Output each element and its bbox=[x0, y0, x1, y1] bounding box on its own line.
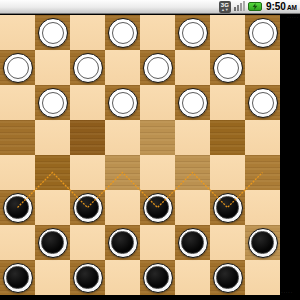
square-r0c5[interactable] bbox=[175, 15, 210, 50]
square-r6c4 bbox=[140, 225, 175, 260]
signal-bar bbox=[240, 3, 242, 11]
square-r5c1 bbox=[35, 190, 70, 225]
square-r1c6[interactable] bbox=[210, 50, 245, 85]
square-r7c2[interactable] bbox=[70, 260, 105, 295]
black-piece[interactable] bbox=[3, 263, 33, 293]
square-r1c0[interactable] bbox=[0, 50, 35, 85]
square-r2c7[interactable] bbox=[245, 85, 280, 120]
square-r6c7[interactable] bbox=[245, 225, 280, 260]
status-bar: 3G ▲▼ 9:50 AM bbox=[0, 0, 300, 14]
square-r4c0 bbox=[0, 155, 35, 190]
clock-time: 9:50 bbox=[266, 0, 286, 14]
black-piece[interactable] bbox=[143, 193, 173, 223]
square-r1c7 bbox=[245, 50, 280, 85]
square-r2c5[interactable] bbox=[175, 85, 210, 120]
square-r7c4[interactable] bbox=[140, 260, 175, 295]
signal-strength-icon bbox=[233, 1, 246, 12]
square-r6c0 bbox=[0, 225, 35, 260]
screen-bottom-gutter bbox=[0, 295, 300, 300]
artifact-text: ····· bbox=[281, 291, 293, 295]
square-r2c3[interactable] bbox=[105, 85, 140, 120]
clock-period: AM bbox=[287, 4, 297, 11]
square-r6c2 bbox=[70, 225, 105, 260]
mobile-data-3g-icon: 3G ▲▼ bbox=[219, 1, 231, 13]
lightning-bolt-icon bbox=[252, 3, 258, 10]
square-r3c2[interactable] bbox=[70, 120, 105, 155]
white-piece[interactable] bbox=[248, 18, 278, 48]
square-r6c3[interactable] bbox=[105, 225, 140, 260]
square-r1c2[interactable] bbox=[70, 50, 105, 85]
square-r3c7 bbox=[245, 120, 280, 155]
black-piece[interactable] bbox=[248, 228, 278, 258]
square-r7c0[interactable] bbox=[0, 260, 35, 295]
square-r4c3[interactable] bbox=[105, 155, 140, 190]
square-r3c6[interactable] bbox=[210, 120, 245, 155]
square-r4c1[interactable] bbox=[35, 155, 70, 190]
black-piece[interactable] bbox=[73, 193, 103, 223]
white-piece[interactable] bbox=[108, 88, 138, 118]
screen-right-gutter bbox=[281, 14, 300, 300]
square-r5c6[interactable] bbox=[210, 190, 245, 225]
square-r0c7[interactable] bbox=[245, 15, 280, 50]
black-piece[interactable] bbox=[3, 193, 33, 223]
phone-screen: 3G ▲▼ 9:50 AM ····· ····· bbox=[0, 0, 300, 300]
square-r7c7 bbox=[245, 260, 280, 295]
signal-bar bbox=[237, 5, 239, 11]
board[interactable] bbox=[0, 15, 280, 295]
white-piece[interactable] bbox=[38, 88, 68, 118]
square-r1c5 bbox=[175, 50, 210, 85]
white-piece[interactable] bbox=[3, 53, 33, 83]
square-r4c7[interactable] bbox=[245, 155, 280, 190]
square-r4c2 bbox=[70, 155, 105, 190]
square-r0c4 bbox=[140, 15, 175, 50]
signal-bar bbox=[243, 1, 245, 11]
square-r5c7 bbox=[245, 190, 280, 225]
square-r5c2[interactable] bbox=[70, 190, 105, 225]
square-r1c4[interactable] bbox=[140, 50, 175, 85]
square-r6c1[interactable] bbox=[35, 225, 70, 260]
square-r0c3[interactable] bbox=[105, 15, 140, 50]
status-clock: 9:50 AM bbox=[266, 0, 297, 14]
square-r7c6[interactable] bbox=[210, 260, 245, 295]
square-r0c1[interactable] bbox=[35, 15, 70, 50]
square-r6c5[interactable] bbox=[175, 225, 210, 260]
square-r1c1 bbox=[35, 50, 70, 85]
black-piece[interactable] bbox=[213, 193, 243, 223]
square-r4c5[interactable] bbox=[175, 155, 210, 190]
square-r5c4[interactable] bbox=[140, 190, 175, 225]
square-r4c4 bbox=[140, 155, 175, 190]
square-r2c2 bbox=[70, 85, 105, 120]
square-r1c3 bbox=[105, 50, 140, 85]
signal-bar bbox=[234, 7, 236, 11]
square-r2c4 bbox=[140, 85, 175, 120]
white-piece[interactable] bbox=[178, 18, 208, 48]
black-piece[interactable] bbox=[73, 263, 103, 293]
white-piece[interactable] bbox=[38, 18, 68, 48]
black-piece[interactable] bbox=[38, 228, 68, 258]
square-r6c6 bbox=[210, 225, 245, 260]
square-r2c6 bbox=[210, 85, 245, 120]
square-r3c1 bbox=[35, 120, 70, 155]
square-r0c6 bbox=[210, 15, 245, 50]
square-r3c5 bbox=[175, 120, 210, 155]
white-piece[interactable] bbox=[143, 53, 173, 83]
square-r3c3 bbox=[105, 120, 140, 155]
white-piece[interactable] bbox=[108, 18, 138, 48]
square-r4c6 bbox=[210, 155, 245, 190]
square-r7c1 bbox=[35, 260, 70, 295]
square-r5c5 bbox=[175, 190, 210, 225]
black-piece[interactable] bbox=[108, 228, 138, 258]
square-r0c0 bbox=[0, 15, 35, 50]
square-r2c0 bbox=[0, 85, 35, 120]
square-r3c4[interactable] bbox=[140, 120, 175, 155]
square-r7c5 bbox=[175, 260, 210, 295]
white-piece[interactable] bbox=[213, 53, 243, 83]
white-piece[interactable] bbox=[73, 53, 103, 83]
black-piece[interactable] bbox=[143, 263, 173, 293]
square-r5c3 bbox=[105, 190, 140, 225]
data-arrows-icon: ▲▼ bbox=[221, 8, 229, 12]
white-piece[interactable] bbox=[178, 88, 208, 118]
white-piece[interactable] bbox=[248, 88, 278, 118]
black-piece[interactable] bbox=[213, 263, 243, 293]
square-r0c2 bbox=[70, 15, 105, 50]
square-r2c1[interactable] bbox=[35, 85, 70, 120]
battery-charging-icon bbox=[248, 2, 262, 11]
square-r7c3 bbox=[105, 260, 140, 295]
square-r5c0[interactable] bbox=[0, 190, 35, 225]
artifact-text: ····· bbox=[287, 16, 299, 20]
black-piece[interactable] bbox=[178, 228, 208, 258]
square-r3c0[interactable] bbox=[0, 120, 35, 155]
